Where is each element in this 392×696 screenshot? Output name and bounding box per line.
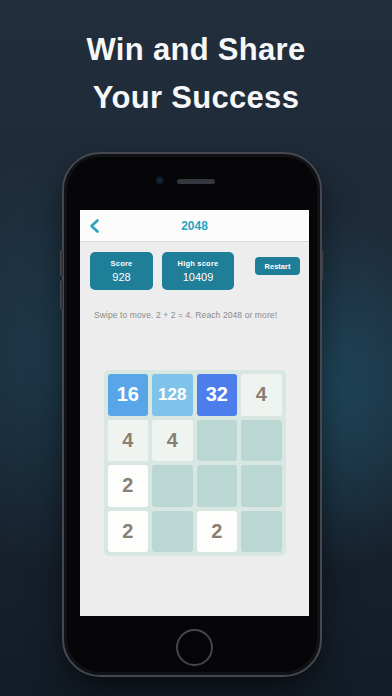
front-camera — [156, 177, 163, 184]
score-value: 928 — [112, 271, 130, 283]
back-button[interactable] — [87, 218, 103, 234]
volume-down-button — [60, 280, 63, 309]
speaker-slot — [177, 179, 215, 184]
home-button — [176, 629, 213, 666]
page-title-line1: Win and Share — [0, 26, 392, 74]
tile-4: 4 — [108, 420, 149, 462]
game-board[interactable]: 1612832444222 — [104, 370, 286, 556]
tile-2: 2 — [197, 511, 238, 553]
tile-4: 4 — [241, 374, 282, 416]
empty-cell — [197, 420, 238, 462]
tile-2: 2 — [108, 511, 149, 553]
score-box: Score 928 — [90, 252, 153, 290]
tile-16: 16 — [108, 374, 149, 416]
score-label: Score — [111, 259, 133, 268]
nav-title: 2048 — [181, 219, 208, 233]
empty-cell — [241, 465, 282, 507]
tile-4: 4 — [152, 420, 193, 462]
power-button — [321, 250, 324, 280]
restart-button[interactable]: Restart — [255, 257, 300, 275]
high-score-box: High score 10409 — [162, 252, 234, 290]
page-title-line2: Your Success — [0, 74, 392, 122]
empty-cell — [241, 511, 282, 553]
scoreboard: Score 928 High score 10409 Restart — [90, 252, 300, 290]
chevron-left-icon — [87, 218, 103, 234]
high-score-label: High score — [178, 259, 219, 268]
high-score-value: 10409 — [183, 271, 214, 283]
tile-128: 128 — [152, 374, 193, 416]
empty-cell — [241, 420, 282, 462]
empty-cell — [197, 465, 238, 507]
nav-bar: 2048 — [80, 210, 309, 242]
volume-up-button — [60, 250, 63, 276]
marketing-background: Win and Share Your Success 2048 Score 92… — [0, 0, 392, 696]
app-screen: 2048 Score 928 High score 10409 Restart … — [80, 210, 309, 616]
page-title: Win and Share Your Success — [0, 26, 392, 122]
instructions-text: Swipe to move. 2 + 2 = 4. Reach 2048 or … — [94, 310, 309, 320]
tile-2: 2 — [108, 465, 149, 507]
empty-cell — [152, 465, 193, 507]
tile-32: 32 — [197, 374, 238, 416]
phone-mockup: 2048 Score 928 High score 10409 Restart … — [62, 152, 322, 677]
empty-cell — [152, 511, 193, 553]
